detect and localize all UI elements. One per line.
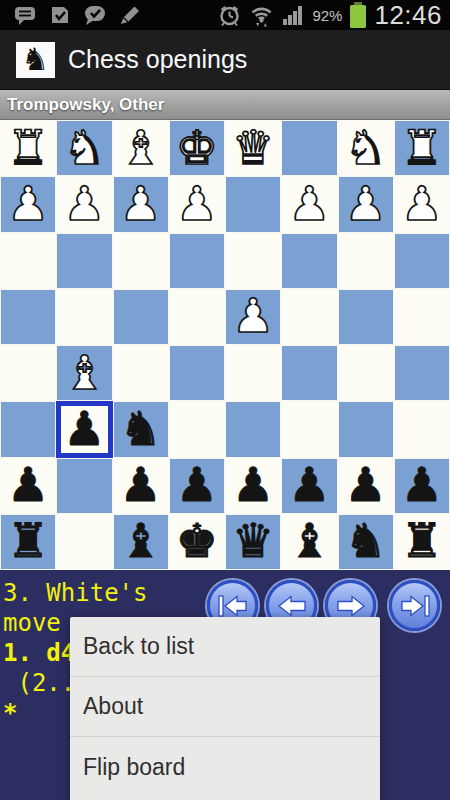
last-move-button[interactable] — [389, 580, 440, 631]
square-c6 — [281, 401, 337, 457]
white-pawn-h2: ♟ — [7, 180, 49, 227]
square-g1: ♞ — [56, 120, 112, 176]
context-menu: Back to listAboutFlip board — [70, 617, 380, 800]
black-bishop-f8: ♝ — [120, 517, 162, 564]
pencil-icon — [118, 3, 142, 27]
square-e1: ♚ — [169, 120, 225, 176]
square-b4 — [338, 289, 394, 345]
square-f8: ♝ — [113, 514, 169, 570]
white-king-e1: ♚ — [176, 124, 218, 171]
square-d8: ♛ — [225, 514, 281, 570]
square-e6 — [169, 401, 225, 457]
square-d7: ♟ — [225, 458, 281, 514]
first-move-icon — [216, 593, 250, 619]
black-rook-a8: ♜ — [401, 517, 443, 564]
square-a3 — [394, 233, 450, 289]
square-d6 — [225, 401, 281, 457]
square-f7: ♟ — [113, 458, 169, 514]
square-c3 — [281, 233, 337, 289]
square-f6: ♞ — [113, 401, 169, 457]
black-knight-b8: ♞ — [345, 517, 387, 564]
square-e4 — [169, 289, 225, 345]
white-rook-h1: ♜ — [7, 124, 49, 171]
chat-check-icon — [83, 3, 107, 27]
square-h2: ♟ — [0, 176, 56, 232]
square-a5 — [394, 345, 450, 401]
status-bar: 92% 12:46 — [0, 0, 450, 30]
next-move-icon — [334, 593, 368, 619]
wifi-icon — [249, 3, 274, 28]
square-c1 — [281, 120, 337, 176]
square-b8: ♞ — [338, 514, 394, 570]
black-knight-f6: ♞ — [120, 405, 162, 452]
square-g4 — [56, 289, 112, 345]
move-line-1: 3. White's — [3, 578, 148, 608]
square-g7 — [56, 458, 112, 514]
black-rook-h8: ♜ — [7, 517, 49, 564]
square-c7: ♟ — [281, 458, 337, 514]
square-b2: ♟ — [338, 176, 394, 232]
signal-icon — [281, 3, 305, 27]
square-g2: ♟ — [56, 176, 112, 232]
square-c4 — [281, 289, 337, 345]
white-knight-b1: ♞ — [345, 124, 387, 171]
white-bishop-f1: ♝ — [120, 124, 162, 171]
square-e5 — [169, 345, 225, 401]
square-c5 — [281, 345, 337, 401]
square-a4 — [394, 289, 450, 345]
white-pawn-c2: ♟ — [288, 180, 330, 227]
alarm-icon — [217, 3, 242, 28]
square-h3 — [0, 233, 56, 289]
square-h8: ♜ — [0, 514, 56, 570]
square-h4 — [0, 289, 56, 345]
square-h5 — [0, 345, 56, 401]
black-pawn-f7: ♟ — [120, 461, 162, 508]
white-knight-g1: ♞ — [63, 124, 105, 171]
square-g8 — [56, 514, 112, 570]
black-bishop-c8: ♝ — [288, 517, 330, 564]
square-b1: ♞ — [338, 120, 394, 176]
square-d2 — [225, 176, 281, 232]
title-bar: ♞ Chess openings — [0, 30, 450, 90]
square-d5 — [225, 345, 281, 401]
battery-percent: 92% — [312, 7, 342, 24]
square-f5 — [113, 345, 169, 401]
black-pawn-h7: ♟ — [7, 461, 49, 508]
square-g3 — [56, 233, 112, 289]
square-a6 — [394, 401, 450, 457]
black-king-e8: ♚ — [176, 517, 218, 564]
white-pawn-a2: ♟ — [401, 180, 443, 227]
square-b7: ♟ — [338, 458, 394, 514]
black-pawn-c7: ♟ — [288, 461, 330, 508]
square-e7: ♟ — [169, 458, 225, 514]
app-title: Chess openings — [68, 45, 247, 74]
opening-name: Trompowsky, Other — [0, 95, 164, 115]
message-icon — [13, 3, 37, 27]
battery-icon — [349, 2, 367, 28]
square-h1: ♜ — [0, 120, 56, 176]
square-d3 — [225, 233, 281, 289]
black-pawn-e7: ♟ — [176, 461, 218, 508]
square-h7: ♟ — [0, 458, 56, 514]
menu-item-about[interactable]: About — [70, 677, 380, 737]
square-b3 — [338, 233, 394, 289]
square-c2: ♟ — [281, 176, 337, 232]
white-pawn-b2: ♟ — [345, 180, 387, 227]
white-pawn-e2: ♟ — [176, 180, 218, 227]
white-queen-d1: ♛ — [232, 124, 274, 171]
clock: 12:46 — [374, 0, 442, 31]
square-b6 — [338, 401, 394, 457]
square-g6: ♟ — [56, 401, 112, 457]
white-bishop-g5: ♝ — [63, 349, 105, 396]
black-pawn-a7: ♟ — [401, 461, 443, 508]
square-b5 — [338, 345, 394, 401]
square-f3 — [113, 233, 169, 289]
black-pawn-b7: ♟ — [345, 461, 387, 508]
square-a2: ♟ — [394, 176, 450, 232]
square-f4 — [113, 289, 169, 345]
square-c8: ♝ — [281, 514, 337, 570]
square-a7: ♟ — [394, 458, 450, 514]
square-e3 — [169, 233, 225, 289]
app-screen: 92% 12:46 ♞ Chess openings Trompowsky, O… — [0, 0, 450, 800]
square-e2: ♟ — [169, 176, 225, 232]
menu-item-flip-board[interactable]: Flip board — [70, 737, 380, 797]
chess-board: ♜♞♝♚♛♞♜♟♟♟♟♟♟♟♟♝♟♞♟♟♟♟♟♟♟♜♝♚♛♝♞♜ — [0, 120, 450, 570]
square-a8: ♜ — [394, 514, 450, 570]
square-f1: ♝ — [113, 120, 169, 176]
square-d1: ♛ — [225, 120, 281, 176]
last-move-icon — [398, 593, 432, 619]
white-pawn-f2: ♟ — [120, 180, 162, 227]
black-pawn-g6: ♟ — [63, 405, 105, 452]
square-a1: ♜ — [394, 120, 450, 176]
black-pawn-d7: ♟ — [232, 461, 274, 508]
notification-icons — [0, 3, 142, 27]
white-pawn-g2: ♟ — [63, 180, 105, 227]
square-h6 — [0, 401, 56, 457]
note-check-icon — [48, 3, 72, 27]
white-pawn-d4: ♟ — [232, 292, 274, 339]
menu-item-back-to-list[interactable]: Back to list — [70, 617, 380, 677]
square-e8: ♚ — [169, 514, 225, 570]
square-f2: ♟ — [113, 176, 169, 232]
square-d4: ♟ — [225, 289, 281, 345]
black-queen-d8: ♛ — [232, 517, 274, 564]
white-rook-a1: ♜ — [401, 124, 443, 171]
previous-move-icon — [275, 593, 309, 619]
opening-name-bar: Trompowsky, Other — [0, 90, 450, 120]
square-g5: ♝ — [56, 345, 112, 401]
app-knight-icon: ♞ — [16, 42, 55, 78]
